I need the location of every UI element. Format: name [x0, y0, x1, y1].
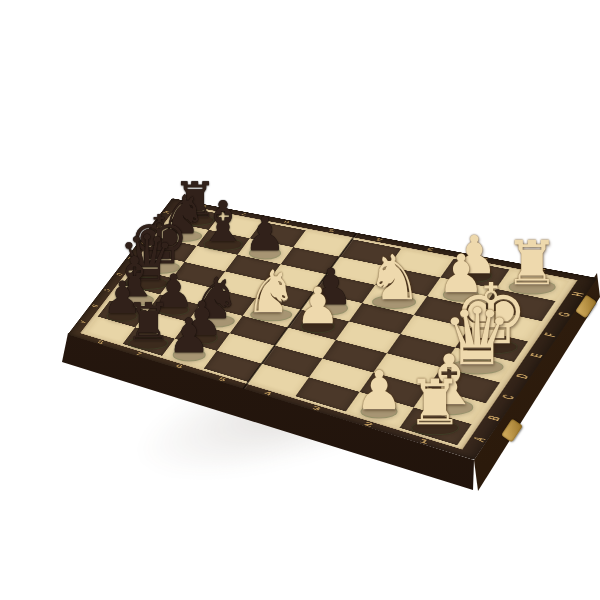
- piece-white-knight-f3[interactable]: ♞: [366, 246, 422, 308]
- piece-black-bishop-g7[interactable]: ♝: [198, 194, 248, 250]
- piece-white-rook-a1[interactable]: ♜: [407, 372, 463, 434]
- piece-white-knight-d5[interactable]: ♞: [245, 262, 298, 321]
- piece-black-rook-a7[interactable]: ♜: [125, 297, 171, 349]
- chess-set-photo: 1122334455667788AABBCCDDEEFFGGHH ♜♝♛♚♜♟♟…: [0, 0, 600, 600]
- piece-white-pawn-a2[interactable]: ♟: [355, 363, 403, 417]
- piece-white-pawn-d4[interactable]: ♟: [296, 282, 341, 332]
- piece-black-pawn-a6[interactable]: ♟: [168, 313, 211, 360]
- piece-black-pawn-g6[interactable]: ♟: [244, 211, 286, 258]
